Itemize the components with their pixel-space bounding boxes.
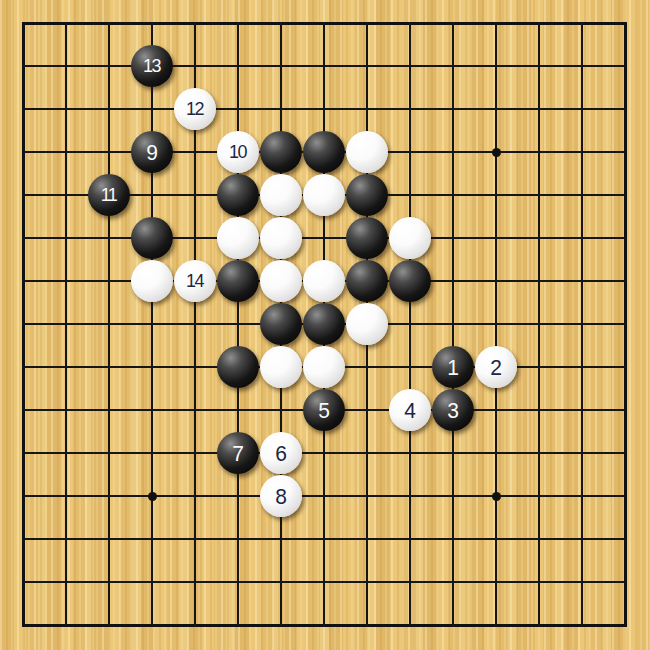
move-number: 2 [490, 356, 502, 378]
horizontal-grid-line [22, 452, 626, 454]
black-stone [346, 260, 388, 302]
move-number: 9 [146, 141, 158, 163]
white-stone [260, 260, 302, 302]
white-stone: 12 [174, 88, 216, 130]
white-stone [346, 131, 388, 173]
white-stone [260, 174, 302, 216]
black-stone [217, 174, 259, 216]
white-stone [346, 303, 388, 345]
black-stone [260, 303, 302, 345]
white-stone [260, 217, 302, 259]
black-stone [131, 217, 173, 259]
move-number: 1 [447, 356, 459, 378]
white-stone: 6 [260, 432, 302, 474]
black-stone [389, 260, 431, 302]
move-number: 12 [186, 99, 204, 118]
white-stone [260, 346, 302, 388]
move-number: 14 [186, 271, 204, 290]
black-stone: 11 [88, 174, 130, 216]
white-stone: 2 [475, 346, 517, 388]
horizontal-grid-line [22, 495, 626, 497]
star-point [148, 492, 157, 501]
black-stone: 13 [131, 45, 173, 87]
vertical-grid-line [581, 22, 583, 626]
black-stone [346, 217, 388, 259]
white-stone: 14 [174, 260, 216, 302]
white-stone: 8 [260, 475, 302, 517]
vertical-grid-line [538, 22, 540, 626]
black-stone: 7 [217, 432, 259, 474]
black-stone [346, 174, 388, 216]
move-number: 11 [101, 185, 118, 204]
horizontal-grid-line [22, 538, 626, 540]
black-stone [303, 303, 345, 345]
black-stone: 1 [432, 346, 474, 388]
star-point [492, 148, 501, 157]
white-stone [217, 217, 259, 259]
move-number: 10 [229, 142, 247, 161]
black-stone: 3 [432, 389, 474, 431]
vertical-grid-line [452, 22, 454, 626]
black-stone [260, 131, 302, 173]
vertical-grid-line [495, 22, 497, 626]
white-stone: 4 [389, 389, 431, 431]
move-number: 7 [232, 442, 244, 464]
go-board[interactable]: 1312910111412543768 [0, 0, 650, 650]
vertical-grid-line [409, 22, 411, 626]
horizontal-grid-line [22, 581, 626, 583]
white-stone [303, 346, 345, 388]
white-stone: 10 [217, 131, 259, 173]
move-number: 4 [404, 399, 416, 421]
black-stone: 9 [131, 131, 173, 173]
star-point [492, 492, 501, 501]
move-number: 8 [275, 485, 287, 507]
white-stone [303, 260, 345, 302]
move-number: 5 [318, 399, 330, 421]
white-stone [131, 260, 173, 302]
black-stone: 5 [303, 389, 345, 431]
black-stone [217, 260, 259, 302]
black-stone [303, 131, 345, 173]
move-number: 13 [143, 56, 161, 75]
white-stone [303, 174, 345, 216]
white-stone [389, 217, 431, 259]
move-number: 3 [447, 399, 459, 421]
move-number: 6 [275, 442, 287, 464]
black-stone [217, 346, 259, 388]
